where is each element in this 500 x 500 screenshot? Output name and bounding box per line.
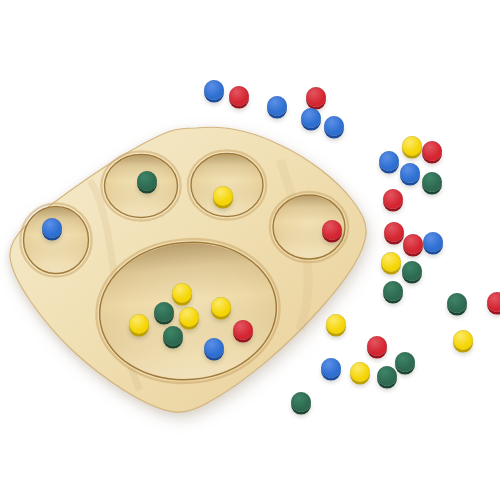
disc-green[interactable]: [383, 281, 403, 301]
disc-green[interactable]: [377, 366, 397, 386]
product-photo-scene: [0, 0, 500, 500]
disc-red[interactable]: [322, 220, 342, 240]
disc-green[interactable]: [137, 171, 157, 191]
disc-red[interactable]: [233, 320, 253, 340]
disc-red[interactable]: [306, 87, 326, 107]
disc-red[interactable]: [367, 336, 387, 356]
disc-yellow[interactable]: [213, 186, 233, 206]
disc-red[interactable]: [383, 189, 403, 209]
disc-blue[interactable]: [204, 80, 224, 100]
disc-yellow[interactable]: [402, 136, 422, 156]
disc-yellow[interactable]: [179, 307, 199, 327]
disc-yellow[interactable]: [172, 283, 192, 303]
disc-green[interactable]: [402, 261, 422, 281]
disc-red[interactable]: [422, 141, 442, 161]
disc-yellow[interactable]: [211, 297, 231, 317]
disc-blue[interactable]: [267, 96, 287, 116]
disc-blue[interactable]: [379, 151, 399, 171]
disc-red[interactable]: [403, 234, 423, 254]
disc-yellow[interactable]: [326, 314, 346, 334]
disc-red[interactable]: [384, 222, 404, 242]
disc-blue[interactable]: [204, 338, 224, 358]
disc-yellow[interactable]: [129, 314, 149, 334]
disc-red[interactable]: [487, 292, 500, 312]
disc-layer: [0, 0, 500, 500]
disc-blue[interactable]: [301, 108, 321, 128]
disc-blue[interactable]: [324, 116, 344, 136]
disc-red[interactable]: [229, 86, 249, 106]
disc-blue[interactable]: [400, 163, 420, 183]
disc-green[interactable]: [154, 302, 174, 322]
disc-blue[interactable]: [321, 358, 341, 378]
disc-blue[interactable]: [42, 218, 62, 238]
disc-green[interactable]: [395, 352, 415, 372]
disc-blue[interactable]: [423, 232, 443, 252]
disc-green[interactable]: [447, 293, 467, 313]
disc-yellow[interactable]: [381, 252, 401, 272]
disc-green[interactable]: [163, 326, 183, 346]
disc-yellow[interactable]: [350, 362, 370, 382]
disc-green[interactable]: [422, 172, 442, 192]
disc-yellow[interactable]: [453, 330, 473, 350]
disc-green[interactable]: [291, 392, 311, 412]
